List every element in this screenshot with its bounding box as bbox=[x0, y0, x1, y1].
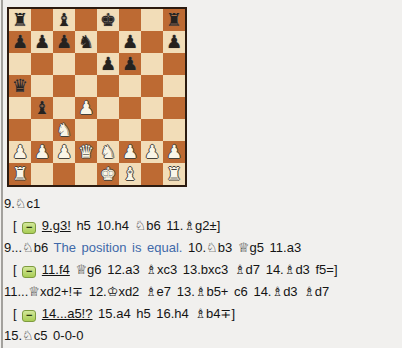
move-text[interactable]: h5 10.h4 ♘b6 11.♗g2± bbox=[71, 218, 217, 233]
square-a6[interactable] bbox=[9, 53, 31, 75]
piece-white-pawn[interactable]: ♟ bbox=[12, 143, 28, 161]
square-b2[interactable]: ♟ bbox=[31, 141, 53, 163]
bracket-text: [ bbox=[13, 218, 22, 233]
square-g6[interactable] bbox=[141, 53, 163, 75]
square-d6[interactable] bbox=[75, 53, 97, 75]
move-text[interactable]: 9...♘b6 bbox=[4, 240, 54, 255]
square-d4[interactable]: ♟ bbox=[75, 97, 97, 119]
piece-white-pawn[interactable]: ♟ bbox=[34, 143, 50, 161]
piece-white-knight[interactable]: ♞ bbox=[100, 143, 116, 161]
piece-black-queen[interactable]: ♛ bbox=[12, 77, 28, 95]
square-a1[interactable]: ♜ bbox=[9, 163, 31, 185]
piece-black-pawn[interactable]: ♟ bbox=[100, 55, 116, 73]
move-text[interactable]: ♕g6 12.a3 ♗xc3 13.bxc3 ♗d7 14.♗d3 f5= bbox=[70, 262, 334, 277]
evaluation-comment: The position is equal. bbox=[54, 240, 183, 255]
square-e2[interactable]: ♞ bbox=[97, 141, 119, 163]
square-a3[interactable] bbox=[9, 119, 31, 141]
piece-white-pawn[interactable]: ♟ bbox=[78, 99, 94, 117]
chess-board[interactable]: ♜♝♚♜♟♟♟♞♟♟♟♟♛♝♟♞♟♟♟♛♞♟♟♟♜♚♝♜ bbox=[7, 7, 187, 187]
square-c4[interactable] bbox=[53, 97, 75, 119]
square-a5[interactable]: ♛ bbox=[9, 75, 31, 97]
square-c8[interactable]: ♝ bbox=[53, 9, 75, 31]
piece-black-pawn[interactable]: ♟ bbox=[56, 33, 72, 51]
square-f7[interactable]: ♟ bbox=[119, 31, 141, 53]
piece-white-pawn[interactable]: ♟ bbox=[166, 143, 182, 161]
mainline-move-row: 11...♕xd2+!∓ 12.♔xd2 ♗e7 13.♗b5+ c6 14.♗… bbox=[0, 281, 402, 303]
piece-black-knight[interactable]: ♞ bbox=[78, 33, 94, 51]
bracket-text: ] bbox=[231, 306, 235, 321]
square-e7[interactable] bbox=[97, 31, 119, 53]
square-h4[interactable] bbox=[163, 97, 185, 119]
square-g5[interactable] bbox=[141, 75, 163, 97]
square-h5[interactable] bbox=[163, 75, 185, 97]
piece-black-bishop[interactable]: ♝ bbox=[56, 11, 72, 29]
square-e4[interactable] bbox=[97, 97, 119, 119]
square-c5[interactable] bbox=[53, 75, 75, 97]
piece-white-rook[interactable]: ♜ bbox=[166, 165, 182, 183]
square-g1[interactable] bbox=[141, 163, 163, 185]
mainline-move-row: 9.♘c1 bbox=[0, 193, 402, 215]
square-d3[interactable] bbox=[75, 119, 97, 141]
mainline-move-row: 9...♘b6 The position is equal. 10.♘b3 ♕g… bbox=[0, 237, 402, 259]
square-d2[interactable]: ♛ bbox=[75, 141, 97, 163]
piece-black-pawn[interactable]: ♟ bbox=[122, 33, 138, 51]
variation-line: [ − 9.g3! h5 10.h4 ♘b6 11.♗g2±] bbox=[0, 215, 402, 237]
move-text[interactable]: 15.♘c5 0-0-0 bbox=[4, 328, 83, 343]
piece-white-queen[interactable]: ♛ bbox=[78, 143, 94, 161]
piece-black-pawn[interactable]: ♟ bbox=[34, 33, 50, 51]
square-h1[interactable]: ♜ bbox=[163, 163, 185, 185]
chess-annotation-panel: ♜♝♚♜♟♟♟♞♟♟♟♟♛♝♟♞♟♟♟♛♞♟♟♟♜♚♝♜ 9.♘c1[ − 9.… bbox=[0, 0, 402, 348]
variation-move-link[interactable]: 11.f4 bbox=[42, 262, 70, 277]
piece-white-bishop[interactable]: ♝ bbox=[122, 165, 138, 183]
square-b3[interactable] bbox=[31, 119, 53, 141]
square-e6[interactable]: ♟ bbox=[97, 53, 119, 75]
variation-line: [ − 11.f4 ♕g6 12.a3 ♗xc3 13.bxc3 ♗d7 14.… bbox=[0, 259, 402, 281]
square-e5[interactable] bbox=[97, 75, 119, 97]
variation-move-link[interactable]: 9.g3! bbox=[42, 218, 71, 233]
square-a2[interactable]: ♟ bbox=[9, 141, 31, 163]
square-b8[interactable] bbox=[31, 9, 53, 31]
square-g8[interactable] bbox=[141, 9, 163, 31]
piece-black-king[interactable]: ♚ bbox=[100, 11, 116, 29]
piece-black-pawn[interactable]: ♟ bbox=[122, 55, 138, 73]
square-a7[interactable]: ♟ bbox=[9, 31, 31, 53]
square-c7[interactable]: ♟ bbox=[53, 31, 75, 53]
square-c3[interactable]: ♞ bbox=[53, 119, 75, 141]
square-h7[interactable]: ♟ bbox=[163, 31, 185, 53]
square-b1[interactable] bbox=[31, 163, 53, 185]
piece-black-pawn[interactable]: ♟ bbox=[12, 33, 28, 51]
piece-black-rook[interactable]: ♜ bbox=[12, 11, 28, 29]
bracket-text: [ bbox=[13, 262, 22, 277]
piece-white-knight[interactable]: ♞ bbox=[56, 121, 72, 139]
piece-black-pawn[interactable]: ♟ bbox=[166, 33, 182, 51]
square-c6[interactable] bbox=[53, 53, 75, 75]
square-h8[interactable]: ♜ bbox=[163, 9, 185, 31]
piece-white-rook[interactable]: ♜ bbox=[12, 165, 28, 183]
square-e3[interactable] bbox=[97, 119, 119, 141]
square-f4[interactable] bbox=[119, 97, 141, 119]
square-g3[interactable] bbox=[141, 119, 163, 141]
square-f3[interactable] bbox=[119, 119, 141, 141]
square-a4[interactable] bbox=[9, 97, 31, 119]
move-text[interactable]: 9.♘c1 bbox=[4, 196, 40, 211]
bracket-text: ] bbox=[334, 262, 338, 277]
piece-white-pawn[interactable]: ♟ bbox=[56, 143, 72, 161]
square-h3[interactable] bbox=[163, 119, 185, 141]
square-b7[interactable]: ♟ bbox=[31, 31, 53, 53]
square-c2[interactable]: ♟ bbox=[53, 141, 75, 163]
square-d7[interactable]: ♞ bbox=[75, 31, 97, 53]
piece-black-bishop[interactable]: ♝ bbox=[34, 99, 50, 117]
square-a8[interactable]: ♜ bbox=[9, 9, 31, 31]
square-d8[interactable] bbox=[75, 9, 97, 31]
move-text[interactable]: 11...♕xd2+!∓ 12.♔xd2 ♗e7 13.♗b5+ c6 14.♗… bbox=[4, 284, 329, 299]
square-b4[interactable]: ♝ bbox=[31, 97, 53, 119]
square-d1[interactable] bbox=[75, 163, 97, 185]
square-h2[interactable]: ♟ bbox=[163, 141, 185, 163]
square-d5[interactable] bbox=[75, 75, 97, 97]
mainline-move-row: 15.♘c5 0-0-0 bbox=[0, 325, 402, 347]
square-b6[interactable] bbox=[31, 53, 53, 75]
collapse-variation-button[interactable]: − bbox=[22, 310, 36, 322]
piece-black-rook[interactable]: ♜ bbox=[166, 11, 182, 29]
variation-line: [ − 14...a5!? 15.a4 h5 16.h4 ♗b4∓] bbox=[0, 303, 402, 325]
collapse-variation-button[interactable]: − bbox=[22, 266, 36, 278]
piece-white-king[interactable]: ♚ bbox=[100, 165, 116, 183]
square-h6[interactable] bbox=[163, 53, 185, 75]
square-f1[interactable]: ♝ bbox=[119, 163, 141, 185]
square-g2[interactable]: ♟ bbox=[141, 141, 163, 163]
square-f5[interactable] bbox=[119, 75, 141, 97]
variation-move-link[interactable]: 14...a5!? bbox=[42, 306, 93, 321]
square-f8[interactable] bbox=[119, 9, 141, 31]
square-g4[interactable] bbox=[141, 97, 163, 119]
square-f6[interactable]: ♟ bbox=[119, 53, 141, 75]
piece-white-pawn[interactable]: ♟ bbox=[144, 143, 160, 161]
bracket-text: [ bbox=[13, 306, 22, 321]
notation-area[interactable]: 9.♘c1[ − 9.g3! h5 10.h4 ♘b6 11.♗g2±]9...… bbox=[0, 193, 402, 347]
square-c1[interactable] bbox=[53, 163, 75, 185]
square-g7[interactable] bbox=[141, 31, 163, 53]
square-e8[interactable]: ♚ bbox=[97, 9, 119, 31]
piece-white-pawn[interactable]: ♟ bbox=[122, 143, 138, 161]
square-f2[interactable]: ♟ bbox=[119, 141, 141, 163]
square-e1[interactable]: ♚ bbox=[97, 163, 119, 185]
move-text[interactable]: 15.a4 h5 16.h4 ♗b4∓ bbox=[92, 306, 231, 321]
square-b5[interactable] bbox=[31, 75, 53, 97]
move-text[interactable]: 10.♘b3 ♕g5 11.a3 bbox=[182, 240, 301, 255]
collapse-variation-button[interactable]: − bbox=[22, 222, 36, 234]
bracket-text: ] bbox=[217, 218, 221, 233]
